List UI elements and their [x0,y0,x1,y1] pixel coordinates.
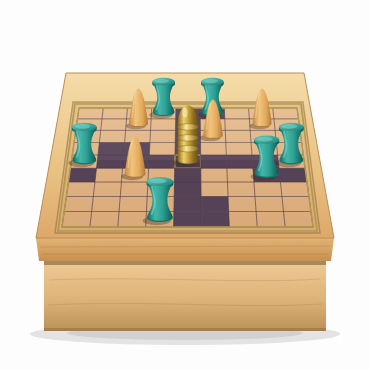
camp-cell[interactable] [68,168,96,182]
board-cell[interactable] [95,168,123,182]
camp-cell[interactable] [174,182,201,196]
board-cell[interactable] [281,182,309,196]
board-cell[interactable] [228,196,256,211]
board-cell[interactable] [90,211,119,227]
board-cell[interactable] [92,196,121,211]
camp-cell[interactable] [174,196,201,211]
box-lid-seam [44,261,326,265]
camp-cell[interactable] [174,211,202,227]
board-cell[interactable] [284,211,314,227]
board-cell[interactable] [201,182,228,196]
board-cell[interactable] [66,182,95,196]
board-cell[interactable] [93,182,121,196]
board-cell[interactable] [256,211,285,227]
board-cell[interactable] [255,196,284,211]
camp-cell[interactable] [279,168,307,182]
board-cell[interactable] [282,196,311,211]
camp-cell[interactable] [201,211,229,227]
board-game-product-photo [0,0,370,370]
board-cell[interactable] [64,196,93,211]
lid-front-face [36,238,334,261]
board-cell[interactable] [119,196,147,211]
board-cell[interactable] [227,182,255,196]
board-cell[interactable] [227,168,254,182]
camp-cell[interactable] [174,168,201,182]
board-cell[interactable] [201,168,228,182]
board-cell[interactable] [229,211,258,227]
box-body-front [44,261,326,331]
board-cell[interactable] [118,211,147,227]
tablut-scene [0,0,370,370]
board-cell[interactable] [62,211,92,227]
board-cell[interactable] [120,182,148,196]
box-bottom-edge [44,328,326,331]
board-cell[interactable] [254,182,282,196]
camp-cell[interactable] [201,196,229,211]
